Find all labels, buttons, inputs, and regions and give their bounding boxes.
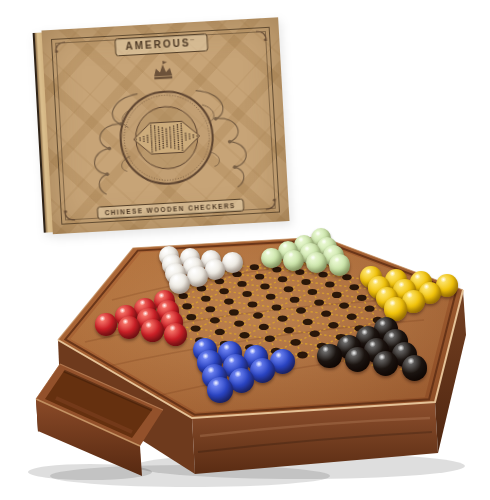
hole: [253, 312, 263, 318]
hole: [234, 320, 244, 326]
hole: [211, 269, 220, 275]
hole: [220, 341, 230, 348]
hole: [224, 299, 234, 305]
hole: [306, 253, 315, 259]
hole: [289, 260, 298, 266]
hole: [272, 304, 282, 310]
hole: [336, 334, 346, 341]
product-photo: AMEROUS™: [0, 0, 490, 500]
hole: [373, 317, 383, 323]
hole: [230, 366, 241, 373]
hole: [228, 262, 237, 268]
hole: [124, 327, 134, 333]
hole: [260, 284, 269, 290]
hole: [178, 293, 187, 299]
hole: [278, 276, 287, 282]
hole: [425, 293, 435, 299]
hole: [310, 330, 320, 337]
hole: [175, 283, 184, 289]
hole: [339, 302, 349, 308]
hole: [321, 311, 331, 317]
hole: [354, 325, 364, 332]
hole: [374, 287, 384, 293]
hole: [250, 264, 259, 270]
hole: [318, 272, 327, 278]
hole: [325, 281, 335, 287]
hole: [352, 359, 363, 366]
hole: [167, 322, 177, 328]
hole: [365, 306, 375, 312]
hole: [272, 267, 281, 273]
hole: [290, 297, 300, 303]
hole: [215, 390, 226, 397]
hole: [239, 332, 249, 338]
hole: [141, 308, 151, 314]
hole: [314, 300, 324, 306]
hole: [349, 284, 359, 290]
hole: [182, 303, 192, 309]
hole: [209, 376, 220, 383]
hole: [259, 324, 269, 330]
hole: [317, 343, 328, 350]
hole: [308, 289, 318, 295]
hole: [301, 279, 310, 285]
hole: [251, 357, 262, 364]
hole: [215, 278, 224, 284]
hole: [332, 292, 342, 298]
hole: [201, 296, 211, 302]
hole: [248, 301, 258, 307]
hole: [399, 290, 409, 296]
hole: [266, 294, 276, 300]
hole: [381, 329, 391, 336]
hole: [101, 324, 111, 330]
hole: [328, 322, 338, 328]
hole: [316, 238, 325, 244]
hole: [296, 307, 306, 313]
hole: [191, 325, 201, 331]
board-scene: [0, 0, 490, 500]
hole: [380, 363, 391, 370]
hole: [193, 276, 202, 282]
hole: [185, 257, 194, 263]
hole: [391, 309, 401, 315]
hole: [200, 349, 210, 356]
hole: [160, 300, 170, 306]
hole: [399, 354, 410, 361]
hole: [284, 251, 293, 257]
hole: [225, 353, 236, 360]
hole: [229, 309, 239, 315]
hole: [171, 273, 180, 279]
hole: [363, 337, 374, 344]
hole: [267, 257, 276, 263]
hole: [186, 314, 196, 320]
hole: [205, 306, 215, 312]
hole: [408, 301, 418, 307]
hole: [121, 316, 131, 322]
hole: [342, 274, 351, 280]
hole: [237, 281, 246, 287]
hole: [322, 246, 331, 252]
hole: [324, 355, 335, 362]
hole: [242, 291, 252, 297]
hole: [210, 317, 220, 323]
hole: [189, 266, 198, 272]
hole: [335, 265, 344, 271]
hole: [147, 330, 157, 336]
hole: [366, 277, 376, 283]
hole: [303, 319, 313, 325]
hole: [416, 282, 426, 288]
hole: [312, 262, 321, 268]
hole: [357, 295, 367, 301]
hole: [171, 334, 181, 340]
hole: [284, 286, 294, 292]
hole: [257, 370, 268, 377]
hole: [233, 271, 242, 277]
hole: [391, 279, 401, 285]
hole: [442, 285, 452, 291]
hole: [371, 350, 382, 357]
hole: [271, 348, 282, 355]
hole: [195, 337, 205, 343]
hole: [144, 319, 154, 325]
hole: [297, 352, 308, 359]
hole: [236, 380, 247, 387]
hole: [290, 339, 300, 346]
hole: [390, 341, 401, 348]
hole: [197, 286, 206, 292]
hole: [204, 362, 215, 369]
hole: [344, 346, 355, 353]
hole: [255, 274, 264, 280]
hole: [347, 314, 357, 320]
hole: [382, 298, 392, 304]
hole: [206, 260, 215, 266]
hole: [215, 329, 225, 335]
hole: [277, 361, 288, 368]
hole: [164, 255, 173, 261]
hole: [284, 327, 294, 333]
hole: [295, 269, 304, 275]
hole: [409, 367, 420, 374]
hole: [265, 336, 275, 343]
hole: [168, 264, 177, 270]
hole: [278, 315, 288, 321]
hole: [329, 255, 338, 261]
hole: [219, 288, 228, 294]
hole: [245, 344, 255, 351]
hole: [163, 311, 173, 317]
hole: [300, 244, 309, 250]
